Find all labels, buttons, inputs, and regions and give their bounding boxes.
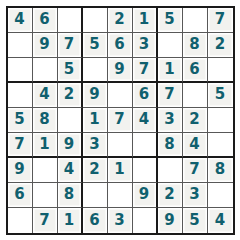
cell-r7c7[interactable] xyxy=(158,158,183,183)
cell-r1c4[interactable] xyxy=(83,8,108,33)
cell-r7c3: 4 xyxy=(58,158,83,183)
cell-r4c4: 9 xyxy=(83,83,108,108)
cell-r4c7: 7 xyxy=(158,83,183,108)
cell-r7c2[interactable] xyxy=(33,158,58,183)
cell-r5c9[interactable] xyxy=(208,108,233,133)
cell-r2c6: 3 xyxy=(133,33,158,58)
cell-r8c5[interactable] xyxy=(108,183,133,208)
cell-r8c3: 8 xyxy=(58,183,83,208)
cell-r3c8: 6 xyxy=(183,58,208,83)
cell-r1c6: 1 xyxy=(133,8,158,33)
cell-r3c5: 9 xyxy=(108,58,133,83)
cell-r1c3[interactable] xyxy=(58,8,83,33)
cell-r7c1: 9 xyxy=(8,158,33,183)
cell-r3c1[interactable] xyxy=(8,58,33,83)
cell-r2c4: 5 xyxy=(83,33,108,58)
cell-r3c4[interactable] xyxy=(83,58,108,83)
cell-r1c9: 7 xyxy=(208,8,233,33)
cell-r7c9: 8 xyxy=(208,158,233,183)
cell-r9c2: 7 xyxy=(33,208,58,233)
cell-r8c4[interactable] xyxy=(83,183,108,208)
cell-r9c1[interactable] xyxy=(8,208,33,233)
cell-r8c1: 6 xyxy=(8,183,33,208)
cell-r4c9: 5 xyxy=(208,83,233,108)
cell-r9c5: 3 xyxy=(108,208,133,233)
cell-r2c3: 7 xyxy=(58,33,83,58)
cell-r2c7[interactable] xyxy=(158,33,183,58)
cell-r9c3: 1 xyxy=(58,208,83,233)
cell-r6c9[interactable] xyxy=(208,133,233,158)
cell-r5c5: 7 xyxy=(108,108,133,133)
cell-r6c2: 1 xyxy=(33,133,58,158)
cell-r6c6[interactable] xyxy=(133,133,158,158)
cell-r1c7: 5 xyxy=(158,8,183,33)
cell-r9c4: 6 xyxy=(83,208,108,233)
cell-r2c8: 8 xyxy=(183,33,208,58)
cell-r9c9: 4 xyxy=(208,208,233,233)
cell-r1c5: 2 xyxy=(108,8,133,33)
cell-r3c7: 1 xyxy=(158,58,183,83)
cell-r2c2: 9 xyxy=(33,33,58,58)
cell-r6c5[interactable] xyxy=(108,133,133,158)
cell-r7c6[interactable] xyxy=(133,158,158,183)
cell-r3c3: 5 xyxy=(58,58,83,83)
cell-r1c1: 4 xyxy=(8,8,33,33)
cell-r5c7: 3 xyxy=(158,108,183,133)
cell-r6c1: 7 xyxy=(8,133,33,158)
cell-r8c7: 2 xyxy=(158,183,183,208)
cell-r1c2: 6 xyxy=(33,8,58,33)
cell-r8c2[interactable] xyxy=(33,183,58,208)
cell-r6c4: 3 xyxy=(83,133,108,158)
cell-r6c3: 9 xyxy=(58,133,83,158)
cell-r1c8[interactable] xyxy=(183,8,208,33)
cell-r2c1[interactable] xyxy=(8,33,33,58)
cell-r5c3[interactable] xyxy=(58,108,83,133)
sudoku-board: 4621579756382597164296755817432719384942… xyxy=(6,6,235,235)
cell-r5c2: 8 xyxy=(33,108,58,133)
sudoku-page: 4621579756382597164296755817432719384942… xyxy=(0,0,240,240)
cell-r2c9: 2 xyxy=(208,33,233,58)
cell-r9c8: 5 xyxy=(183,208,208,233)
cell-r8c6: 9 xyxy=(133,183,158,208)
cell-r7c5: 1 xyxy=(108,158,133,183)
cell-r3c2[interactable] xyxy=(33,58,58,83)
cell-r4c2: 4 xyxy=(33,83,58,108)
cell-r2c5: 6 xyxy=(108,33,133,58)
cell-r3c6: 7 xyxy=(133,58,158,83)
cell-r4c6: 6 xyxy=(133,83,158,108)
cell-r4c8[interactable] xyxy=(183,83,208,108)
cell-r4c3: 2 xyxy=(58,83,83,108)
cell-r5c8: 2 xyxy=(183,108,208,133)
cell-r8c8: 3 xyxy=(183,183,208,208)
cell-r6c7: 8 xyxy=(158,133,183,158)
cell-r3c9[interactable] xyxy=(208,58,233,83)
cell-r5c1: 5 xyxy=(8,108,33,133)
cell-r9c7: 9 xyxy=(158,208,183,233)
cell-r9c6[interactable] xyxy=(133,208,158,233)
cell-r8c9[interactable] xyxy=(208,183,233,208)
cell-r5c4: 1 xyxy=(83,108,108,133)
cell-r6c8: 4 xyxy=(183,133,208,158)
cell-r4c5[interactable] xyxy=(108,83,133,108)
cell-r7c8: 7 xyxy=(183,158,208,183)
cell-r4c1[interactable] xyxy=(8,83,33,108)
cell-r7c4: 2 xyxy=(83,158,108,183)
cell-r5c6: 4 xyxy=(133,108,158,133)
